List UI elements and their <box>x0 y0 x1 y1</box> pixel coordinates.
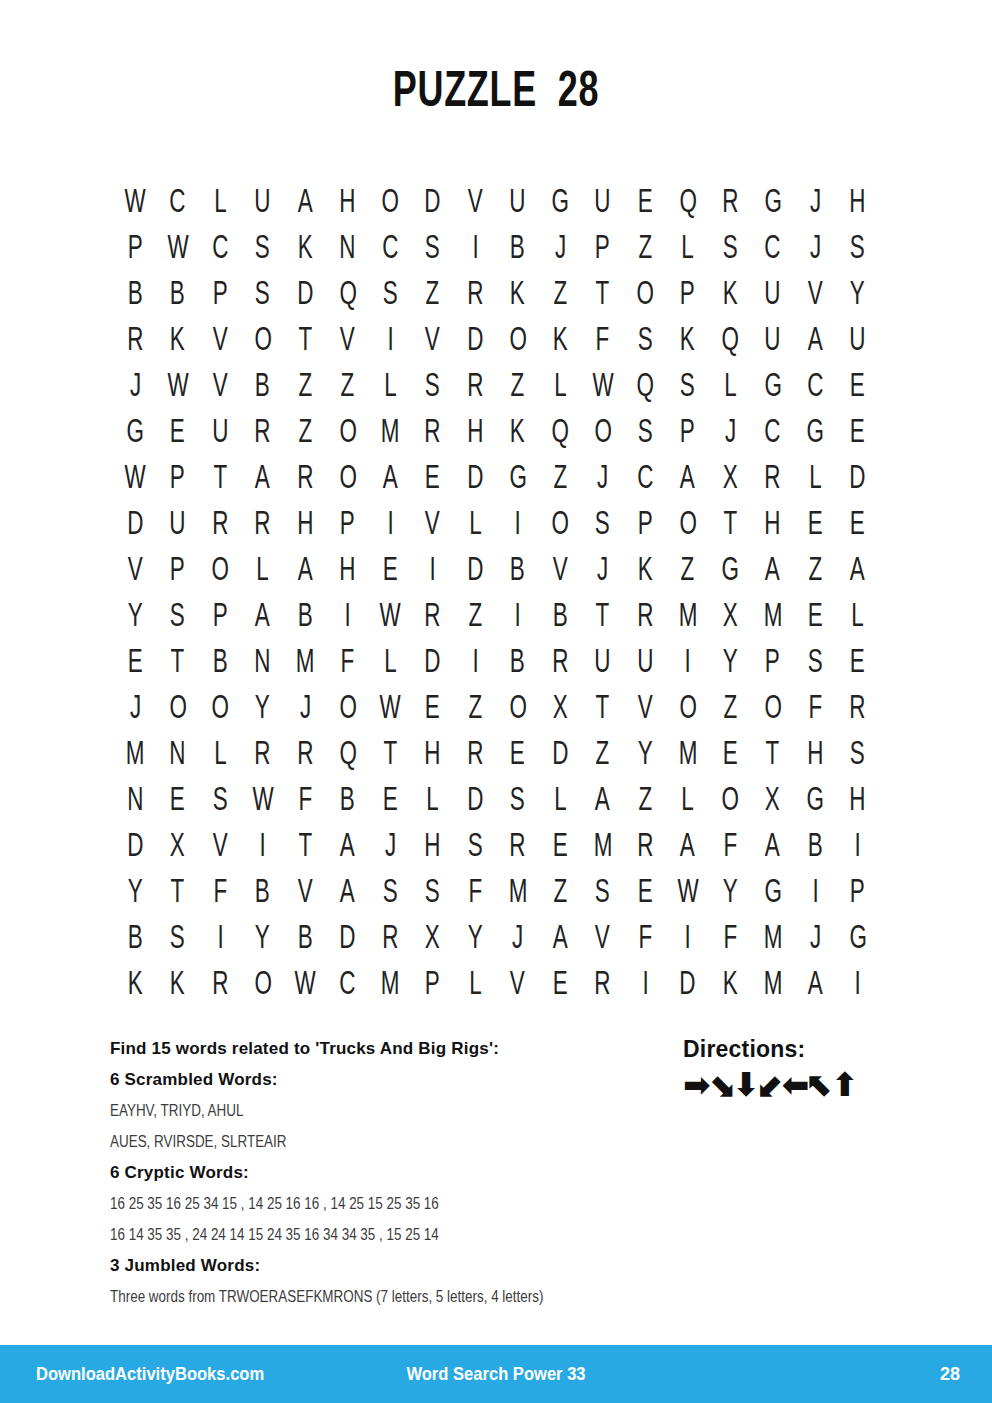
grid-cell: P <box>157 453 200 499</box>
grid-cell: Z <box>454 683 497 729</box>
grid-cell: I <box>412 545 455 591</box>
grid-cell: R <box>242 407 285 453</box>
grid-cell: G <box>497 453 540 499</box>
grid-cell: X <box>157 821 200 867</box>
grid-cell: R <box>454 729 497 775</box>
grid-cell: R <box>582 959 625 1005</box>
grid-cell: B <box>242 361 285 407</box>
grid-cell: Y <box>114 591 157 637</box>
grid-cell: E <box>837 499 880 545</box>
grid-cell: C <box>624 453 667 499</box>
grid-cell: E <box>624 867 667 913</box>
grid-cell: J <box>794 913 837 959</box>
grid-cell: S <box>794 637 837 683</box>
grid-cell: M <box>284 637 327 683</box>
footer-bar: DownloadActivityBooks.com Word Search Po… <box>0 1345 992 1403</box>
grid-cell: U <box>752 269 795 315</box>
grid-cell: F <box>327 637 370 683</box>
grid-cell: R <box>539 637 582 683</box>
scrambled-words-line: AUES, RVIRSDE, SLRTEAIR <box>110 1131 580 1162</box>
grid-cell: U <box>582 637 625 683</box>
grid-cell: H <box>284 499 327 545</box>
footer-page-number: 28 <box>940 1364 960 1385</box>
grid-cell: Y <box>242 913 285 959</box>
arrow-down-left-icon: ⬋ <box>757 1065 782 1104</box>
grid-cell: O <box>497 683 540 729</box>
grid-cell: J <box>709 407 752 453</box>
scrambled-words-line: EAYHV, TRIYD, AHUL <box>110 1100 580 1131</box>
grid-cell: G <box>837 913 880 959</box>
grid-cell: Q <box>667 177 710 223</box>
grid-cell: S <box>369 269 412 315</box>
grid-cell: E <box>412 453 455 499</box>
grid-cell: O <box>667 499 710 545</box>
grid-cell: L <box>667 223 710 269</box>
grid-cell: O <box>497 315 540 361</box>
grid-cell: B <box>794 821 837 867</box>
word-search-grid: WCLUAHODVUGUEQRGJHPWCSKNCSIBJPZLSCJSBBPS… <box>114 177 879 1005</box>
grid-cell: W <box>667 867 710 913</box>
grid-cell: D <box>454 453 497 499</box>
grid-cell: E <box>794 591 837 637</box>
grid-cell: O <box>624 269 667 315</box>
grid-cell: G <box>794 407 837 453</box>
grid-cell: J <box>794 223 837 269</box>
grid-cell: P <box>199 591 242 637</box>
grid-cell: I <box>199 913 242 959</box>
grid-cell: R <box>284 729 327 775</box>
grid-cell: I <box>369 499 412 545</box>
grid-cell: A <box>794 959 837 1005</box>
grid-cell: I <box>497 591 540 637</box>
grid-cell: E <box>497 729 540 775</box>
grid-cell: L <box>667 775 710 821</box>
grid-cell: M <box>752 959 795 1005</box>
grid-cell: J <box>794 177 837 223</box>
grid-cell: Z <box>327 361 370 407</box>
grid-cell: K <box>284 223 327 269</box>
grid-cell: R <box>837 683 880 729</box>
grid-cell: D <box>454 545 497 591</box>
grid-cell: R <box>454 269 497 315</box>
grid-cell: I <box>242 821 285 867</box>
grid-cell: S <box>242 269 285 315</box>
grid-cell: I <box>454 637 497 683</box>
grid-cell: V <box>199 821 242 867</box>
grid-cell: N <box>157 729 200 775</box>
grid-cell: H <box>837 775 880 821</box>
grid-cell: V <box>199 361 242 407</box>
grid-cell: K <box>157 959 200 1005</box>
grid-cell: Z <box>412 269 455 315</box>
grid-cell: G <box>752 177 795 223</box>
grid-cell: S <box>667 361 710 407</box>
grid-cell: T <box>157 867 200 913</box>
grid-cell: Z <box>539 867 582 913</box>
grid-cell: L <box>709 361 752 407</box>
directions-arrows: ➡⬊⬇⬋⬅⬉⬆ <box>683 1065 943 1104</box>
grid-cell: A <box>284 177 327 223</box>
grid-cell: D <box>114 821 157 867</box>
grid-cell: G <box>114 407 157 453</box>
page-title: PUZZLE 28 <box>139 60 853 118</box>
grid-cell: I <box>454 223 497 269</box>
grid-cell: D <box>837 453 880 499</box>
grid-cell: A <box>284 545 327 591</box>
grid-cell: H <box>794 729 837 775</box>
grid-cell: V <box>539 545 582 591</box>
arrow-up-icon: ⬆ <box>831 1065 856 1104</box>
grid-cell: W <box>114 177 157 223</box>
grid-cell: O <box>242 959 285 1005</box>
grid-cell: P <box>199 269 242 315</box>
grid-cell: T <box>752 729 795 775</box>
grid-cell: J <box>582 545 625 591</box>
grid-cell: A <box>752 545 795 591</box>
grid-cell: Q <box>624 361 667 407</box>
grid-cell: O <box>327 453 370 499</box>
grid-cell: O <box>199 683 242 729</box>
grid-cell: K <box>539 315 582 361</box>
grid-cell: J <box>497 913 540 959</box>
grid-cell: I <box>837 959 880 1005</box>
grid-cell: O <box>327 407 370 453</box>
grid-cell: Z <box>454 591 497 637</box>
grid-cell: E <box>624 177 667 223</box>
grid-cell: V <box>199 315 242 361</box>
grid-cell: S <box>412 361 455 407</box>
grid-cell: E <box>539 821 582 867</box>
grid-cell: O <box>369 177 412 223</box>
grid-cell: H <box>327 177 370 223</box>
grid-cell: L <box>539 361 582 407</box>
grid-cell: W <box>284 959 327 1005</box>
grid-cell: Z <box>284 407 327 453</box>
grid-cell: G <box>752 361 795 407</box>
grid-cell: H <box>412 821 455 867</box>
grid-cell: S <box>837 223 880 269</box>
grid-cell: N <box>327 223 370 269</box>
grid-cell: A <box>242 453 285 499</box>
grid-cell: B <box>327 775 370 821</box>
grid-cell: U <box>199 407 242 453</box>
grid-cell: R <box>624 591 667 637</box>
grid-cell: T <box>709 499 752 545</box>
grid-cell: R <box>412 407 455 453</box>
arrow-down-icon: ⬇ <box>732 1065 757 1104</box>
grid-cell: F <box>582 315 625 361</box>
grid-cell: R <box>412 591 455 637</box>
grid-cell: S <box>454 821 497 867</box>
grid-cell: E <box>837 637 880 683</box>
grid-cell: C <box>157 177 200 223</box>
grid-cell: Z <box>794 545 837 591</box>
grid-cell: U <box>837 315 880 361</box>
grid-cell: W <box>114 453 157 499</box>
grid-cell: I <box>794 867 837 913</box>
grid-cell: Q <box>709 315 752 361</box>
grid-cell: J <box>582 453 625 499</box>
grid-cell: F <box>709 821 752 867</box>
grid-cell: D <box>412 177 455 223</box>
grid-cell: T <box>284 821 327 867</box>
grid-cell: R <box>454 361 497 407</box>
grid-cell: B <box>242 867 285 913</box>
grid-cell: B <box>497 637 540 683</box>
grid-cell: B <box>497 545 540 591</box>
grid-cell: M <box>667 729 710 775</box>
grid-cell: S <box>624 315 667 361</box>
grid-cell: D <box>114 499 157 545</box>
grid-cell: O <box>709 775 752 821</box>
grid-cell: T <box>199 453 242 499</box>
grid-cell: I <box>327 591 370 637</box>
grid-cell: V <box>114 545 157 591</box>
grid-cell: B <box>284 913 327 959</box>
grid-cell: E <box>794 499 837 545</box>
grid-cell: P <box>667 407 710 453</box>
grid-cell: B <box>497 223 540 269</box>
jumbled-words-line: Three words from TRWOERASEFKMRONS (7 let… <box>110 1286 580 1317</box>
grid-cell: U <box>624 637 667 683</box>
cryptic-words-heading: 6 Cryptic Words: <box>110 1162 670 1193</box>
grid-cell: E <box>539 959 582 1005</box>
grid-cell: H <box>752 499 795 545</box>
grid-cell: W <box>157 223 200 269</box>
grid-cell: Y <box>624 729 667 775</box>
grid-cell: B <box>157 269 200 315</box>
grid-cell: M <box>497 867 540 913</box>
grid-cell: F <box>284 775 327 821</box>
grid-cell: L <box>454 959 497 1005</box>
grid-cell: M <box>752 591 795 637</box>
grid-cell: E <box>709 729 752 775</box>
grid-cell: Y <box>114 867 157 913</box>
grid-cell: P <box>752 637 795 683</box>
grid-cell: G <box>794 775 837 821</box>
grid-cell: S <box>199 775 242 821</box>
grid-cell: T <box>582 683 625 729</box>
grid-cell: S <box>412 867 455 913</box>
grid-cell: C <box>794 361 837 407</box>
grid-cell: A <box>752 821 795 867</box>
grid-cell: U <box>582 177 625 223</box>
find-words-heading: Find 15 words related to 'Trucks And Big… <box>110 1038 670 1069</box>
grid-cell: Z <box>539 269 582 315</box>
grid-cell: O <box>327 683 370 729</box>
grid-cell: O <box>667 683 710 729</box>
grid-cell: X <box>539 683 582 729</box>
grid-cell: U <box>157 499 200 545</box>
grid-cell: V <box>412 315 455 361</box>
grid-cell: E <box>157 407 200 453</box>
grid-cell: Q <box>327 269 370 315</box>
grid-cell: Z <box>497 361 540 407</box>
directions-label: Directions: <box>683 1036 943 1063</box>
clues-section: Find 15 words related to 'Trucks And Big… <box>110 1038 670 1317</box>
grid-cell: D <box>412 637 455 683</box>
grid-cell: T <box>582 591 625 637</box>
grid-cell: I <box>624 959 667 1005</box>
grid-cell: V <box>284 867 327 913</box>
grid-cell: I <box>837 821 880 867</box>
directions-section: Directions: ➡⬊⬇⬋⬅⬉⬆ <box>683 1036 943 1104</box>
grid-cell: E <box>114 637 157 683</box>
grid-cell: S <box>157 591 200 637</box>
grid-cell: Y <box>709 637 752 683</box>
grid-cell: K <box>157 315 200 361</box>
grid-cell: D <box>327 913 370 959</box>
grid-cell: E <box>369 775 412 821</box>
grid-cell: H <box>327 545 370 591</box>
grid-cell: D <box>454 315 497 361</box>
grid-cell: S <box>369 867 412 913</box>
grid-cell: A <box>582 775 625 821</box>
grid-cell: L <box>369 361 412 407</box>
grid-cell: T <box>369 729 412 775</box>
grid-cell: L <box>412 775 455 821</box>
grid-cell: K <box>114 959 157 1005</box>
grid-cell: Z <box>624 223 667 269</box>
grid-cell: A <box>794 315 837 361</box>
grid-cell: P <box>114 223 157 269</box>
grid-cell: J <box>114 361 157 407</box>
grid-cell: F <box>454 867 497 913</box>
grid-cell: K <box>709 959 752 1005</box>
grid-cell: T <box>284 315 327 361</box>
grid-cell: D <box>454 775 497 821</box>
grid-cell: M <box>752 913 795 959</box>
grid-cell: L <box>369 637 412 683</box>
grid-cell: Z <box>539 453 582 499</box>
grid-cell: E <box>837 407 880 453</box>
grid-cell: R <box>199 959 242 1005</box>
grid-cell: P <box>157 545 200 591</box>
grid-cell: L <box>794 453 837 499</box>
grid-cell: U <box>752 315 795 361</box>
cryptic-words-line: 16 25 35 16 25 34 15 , 14 25 16 16 , 14 … <box>110 1193 580 1224</box>
grid-cell: W <box>369 683 412 729</box>
grid-cell: B <box>114 269 157 315</box>
grid-cell: Z <box>667 545 710 591</box>
grid-cell: P <box>582 223 625 269</box>
grid-cell: O <box>752 683 795 729</box>
grid-cell: J <box>369 821 412 867</box>
grid-cell: U <box>242 177 285 223</box>
grid-cell: L <box>837 591 880 637</box>
grid-cell: A <box>242 591 285 637</box>
grid-cell: L <box>454 499 497 545</box>
grid-cell: P <box>412 959 455 1005</box>
grid-cell: Y <box>454 913 497 959</box>
grid-cell: E <box>157 775 200 821</box>
arrow-down-right-icon: ⬊ <box>708 1065 733 1104</box>
grid-cell: K <box>497 407 540 453</box>
grid-cell: V <box>794 269 837 315</box>
grid-cell: X <box>709 591 752 637</box>
grid-cell: C <box>752 407 795 453</box>
grid-cell: A <box>327 867 370 913</box>
grid-cell: Z <box>624 775 667 821</box>
grid-cell: L <box>199 177 242 223</box>
scrambled-words-heading: 6 Scrambled Words: <box>110 1069 670 1100</box>
grid-cell: B <box>114 913 157 959</box>
grid-cell: R <box>242 729 285 775</box>
grid-cell: X <box>412 913 455 959</box>
arrow-left-icon: ⬅ <box>782 1065 807 1104</box>
grid-cell: V <box>582 913 625 959</box>
grid-cell: S <box>157 913 200 959</box>
grid-cell: K <box>497 269 540 315</box>
grid-cell: R <box>114 315 157 361</box>
grid-cell: S <box>709 223 752 269</box>
grid-cell: I <box>497 499 540 545</box>
grid-cell: M <box>667 591 710 637</box>
grid-cell: M <box>582 821 625 867</box>
grid-cell: M <box>114 729 157 775</box>
jumbled-words-heading: 3 Jumbled Words: <box>110 1255 670 1286</box>
grid-cell: C <box>199 223 242 269</box>
grid-cell: I <box>667 637 710 683</box>
grid-cell: S <box>242 223 285 269</box>
grid-cell: R <box>369 913 412 959</box>
grid-cell: H <box>454 407 497 453</box>
grid-cell: Y <box>242 683 285 729</box>
grid-cell: S <box>497 775 540 821</box>
grid-cell: P <box>327 499 370 545</box>
grid-cell: R <box>709 177 752 223</box>
grid-cell: D <box>284 269 327 315</box>
grid-cell: O <box>157 683 200 729</box>
grid-cell: V <box>497 959 540 1005</box>
grid-cell: B <box>199 637 242 683</box>
grid-cell: R <box>624 821 667 867</box>
grid-cell: N <box>114 775 157 821</box>
grid-cell: E <box>412 683 455 729</box>
grid-cell: O <box>582 407 625 453</box>
grid-cell: M <box>369 407 412 453</box>
grid-cell: J <box>114 683 157 729</box>
grid-cell: A <box>837 545 880 591</box>
grid-cell: A <box>369 453 412 499</box>
grid-cell: A <box>667 453 710 499</box>
grid-cell: S <box>837 729 880 775</box>
grid-cell: W <box>369 591 412 637</box>
grid-cell: V <box>327 315 370 361</box>
grid-cell: K <box>667 315 710 361</box>
grid-cell: V <box>412 499 455 545</box>
grid-cell: J <box>284 683 327 729</box>
grid-cell: T <box>157 637 200 683</box>
grid-cell: R <box>752 453 795 499</box>
grid-cell: S <box>582 867 625 913</box>
grid-cell: O <box>199 545 242 591</box>
grid-cell: C <box>327 959 370 1005</box>
grid-cell: E <box>369 545 412 591</box>
grid-cell: B <box>539 591 582 637</box>
grid-cell: I <box>667 913 710 959</box>
grid-cell: L <box>539 775 582 821</box>
grid-cell: F <box>624 913 667 959</box>
grid-cell: M <box>369 959 412 1005</box>
grid-cell: G <box>709 545 752 591</box>
grid-cell: L <box>199 729 242 775</box>
grid-cell: V <box>624 683 667 729</box>
grid-cell: F <box>709 913 752 959</box>
grid-cell: B <box>284 591 327 637</box>
grid-cell: Z <box>284 361 327 407</box>
grid-cell: Y <box>709 867 752 913</box>
